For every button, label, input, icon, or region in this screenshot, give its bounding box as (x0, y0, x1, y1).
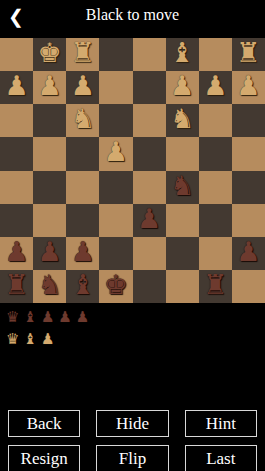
top-bar: ❮ Black to move (0, 0, 265, 32)
square[interactable]: ♟ (33, 71, 66, 104)
black-king[interactable]: ♚ (104, 271, 128, 298)
square[interactable] (33, 104, 66, 137)
black-pawn[interactable]: ♟ (4, 238, 28, 265)
square[interactable]: ♟ (66, 237, 99, 270)
square[interactable] (133, 137, 166, 170)
black-rook[interactable]: ♜ (203, 271, 227, 298)
square[interactable] (0, 137, 33, 170)
chess-app-screen: ❮ Black to move ♚♜♝♜♟♟♟♟♟♟♞♞♟♞♟♟♟♟♟♜♞♝♚♜… (0, 0, 265, 471)
square[interactable] (99, 104, 132, 137)
square[interactable]: ♟ (0, 71, 33, 104)
flip-button[interactable]: Flip (96, 445, 168, 471)
square[interactable]: ♜ (0, 270, 33, 303)
captured-white-queen: ♛ (6, 330, 19, 348)
square[interactable] (232, 137, 265, 170)
square[interactable]: ♞ (66, 104, 99, 137)
square[interactable]: ♟ (0, 237, 33, 270)
captured-white-pieces-tray: ♛♝♟ (6, 330, 54, 348)
black-knight[interactable]: ♞ (38, 271, 62, 298)
square[interactable] (232, 171, 265, 204)
square[interactable] (99, 71, 132, 104)
black-knight[interactable]: ♞ (170, 172, 194, 199)
white-pawn[interactable]: ♟ (38, 72, 62, 99)
square[interactable] (133, 104, 166, 137)
captured-black-queen: ♛ (6, 308, 19, 326)
square[interactable] (199, 137, 232, 170)
chess-board: ♚♜♝♜♟♟♟♟♟♟♞♞♟♞♟♟♟♟♟♜♞♝♚♜ (0, 38, 265, 303)
square[interactable] (199, 237, 232, 270)
hide-button[interactable]: Hide (96, 410, 168, 437)
white-pawn[interactable]: ♟ (104, 138, 128, 165)
square[interactable] (66, 137, 99, 170)
square[interactable]: ♟ (99, 137, 132, 170)
white-rook[interactable]: ♜ (236, 39, 260, 66)
white-pawn[interactable]: ♟ (203, 72, 227, 99)
square[interactable] (133, 270, 166, 303)
square[interactable] (166, 137, 199, 170)
square[interactable]: ♞ (166, 171, 199, 204)
square[interactable] (0, 104, 33, 137)
black-bishop[interactable]: ♝ (71, 271, 95, 298)
back-button[interactable]: Back (8, 410, 80, 437)
square[interactable]: ♝ (66, 270, 99, 303)
white-king[interactable]: ♚ (38, 39, 62, 66)
square[interactable] (0, 171, 33, 204)
square[interactable]: ♝ (166, 38, 199, 71)
square[interactable] (99, 204, 132, 237)
hint-button[interactable]: Hint (185, 410, 257, 437)
square[interactable]: ♚ (99, 270, 132, 303)
white-knight[interactable]: ♞ (71, 105, 95, 132)
page-title: Black to move (0, 6, 265, 24)
square[interactable] (133, 71, 166, 104)
square[interactable]: ♜ (232, 38, 265, 71)
square[interactable] (0, 38, 33, 71)
white-knight[interactable]: ♞ (170, 105, 194, 132)
square[interactable] (199, 204, 232, 237)
captured-black-bishop: ♝ (23, 308, 36, 326)
square[interactable]: ♟ (232, 71, 265, 104)
black-pawn[interactable]: ♟ (38, 238, 62, 265)
square[interactable] (199, 171, 232, 204)
white-pawn[interactable]: ♟ (170, 72, 194, 99)
white-pawn[interactable]: ♟ (236, 72, 260, 99)
square[interactable]: ♟ (66, 71, 99, 104)
captured-black-pieces-tray: ♛♝♟♟♟ (6, 308, 89, 326)
square[interactable] (199, 38, 232, 71)
captured-black-pawn: ♟ (76, 308, 89, 326)
square[interactable] (166, 237, 199, 270)
square[interactable] (99, 38, 132, 71)
black-pawn[interactable]: ♟ (71, 238, 95, 265)
square[interactable]: ♜ (66, 38, 99, 71)
white-bishop[interactable]: ♝ (170, 39, 194, 66)
square[interactable] (232, 104, 265, 137)
square[interactable]: ♜ (199, 270, 232, 303)
square[interactable] (33, 137, 66, 170)
square[interactable]: ♟ (166, 71, 199, 104)
square[interactable] (166, 204, 199, 237)
captured-black-pawn: ♟ (58, 308, 71, 326)
square[interactable]: ♚ (33, 38, 66, 71)
square[interactable]: ♞ (33, 270, 66, 303)
captured-black-pawn: ♟ (41, 308, 54, 326)
square[interactable] (99, 171, 132, 204)
square[interactable]: ♟ (133, 204, 166, 237)
black-pawn[interactable]: ♟ (137, 205, 161, 232)
square[interactable]: ♟ (33, 237, 66, 270)
square[interactable]: ♟ (232, 237, 265, 270)
black-rook[interactable]: ♜ (4, 271, 28, 298)
square[interactable] (66, 204, 99, 237)
square[interactable] (133, 38, 166, 71)
white-rook[interactable]: ♜ (71, 39, 95, 66)
square[interactable] (166, 270, 199, 303)
square[interactable]: ♞ (166, 104, 199, 137)
last-button[interactable]: Last (185, 445, 257, 471)
square[interactable] (199, 104, 232, 137)
white-pawn[interactable]: ♟ (4, 72, 28, 99)
white-pawn[interactable]: ♟ (71, 72, 95, 99)
square[interactable] (232, 204, 265, 237)
square[interactable] (66, 171, 99, 204)
captured-white-pawn: ♟ (41, 330, 54, 348)
square[interactable] (133, 237, 166, 270)
button-grid: Back Hide Hint Resign Flip Last (8, 410, 257, 471)
black-pawn[interactable]: ♟ (236, 238, 260, 265)
captured-white-bishop: ♝ (23, 330, 36, 348)
square[interactable] (0, 204, 33, 237)
square[interactable] (33, 171, 66, 204)
square[interactable] (133, 171, 166, 204)
square[interactable] (232, 270, 265, 303)
resign-button[interactable]: Resign (8, 445, 80, 471)
square[interactable] (99, 237, 132, 270)
square[interactable]: ♟ (199, 71, 232, 104)
square[interactable] (33, 204, 66, 237)
